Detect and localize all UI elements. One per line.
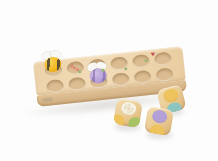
leaf-dot bbox=[101, 69, 104, 72]
die-flower[interactable] bbox=[113, 98, 143, 128]
leaf-dot bbox=[124, 67, 127, 70]
die-purple-yellow[interactable] bbox=[144, 106, 174, 136]
die-face-top-white-flower bbox=[120, 101, 137, 116]
heart-icon: ♥ bbox=[151, 50, 155, 57]
leaf-dot bbox=[144, 59, 147, 62]
die-face-top-purple bbox=[151, 109, 168, 124]
scene: bee ♥ bbox=[0, 0, 218, 161]
die-face-top-yellow bbox=[162, 87, 180, 103]
